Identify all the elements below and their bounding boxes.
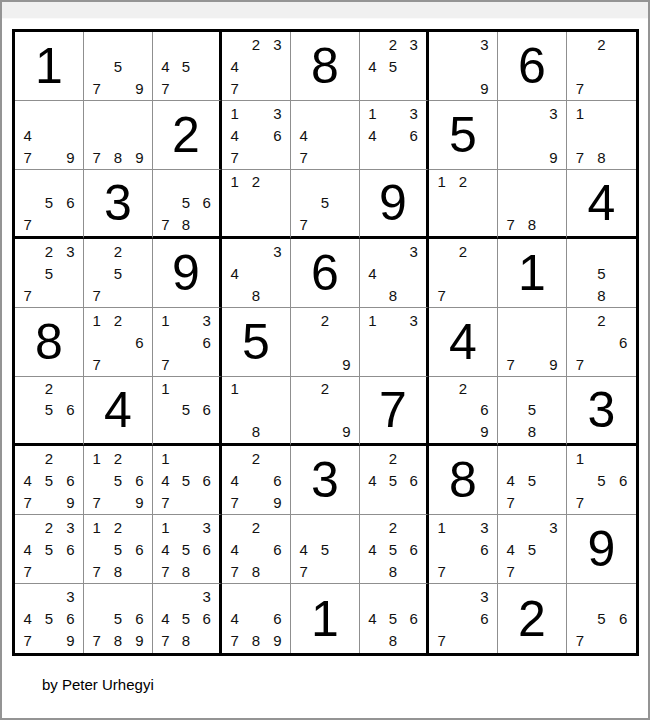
cell-r5c7[interactable]: 4 [429, 308, 498, 377]
cell-r1c8[interactable]: 6 [498, 32, 567, 101]
candidate-digit: 5 [383, 55, 404, 77]
solved-digit: 8 [35, 317, 63, 367]
cell-r3c8[interactable]: 78 [498, 170, 567, 239]
candidate-digit: 1 [155, 378, 176, 399]
candidate-digit: 7 [17, 146, 38, 168]
candidate-digit: 7 [86, 491, 107, 513]
candidate-grid: 256 [15, 377, 83, 443]
cell-r9c8[interactable]: 2 [498, 584, 567, 653]
cell-r6c8[interactable]: 58 [498, 377, 567, 446]
candidate-digit: 4 [224, 55, 245, 77]
candidate-digit: 8 [383, 284, 404, 306]
candidate-digit: 1 [155, 516, 176, 538]
cell-r4c1[interactable]: 2357 [15, 239, 84, 308]
candidate-digit: 4 [155, 469, 176, 491]
candidate-grid: 2456 [360, 446, 426, 514]
candidate-grid: 24678 [222, 515, 290, 583]
candidate-digit: 2 [245, 516, 266, 538]
cell-r4c8[interactable]: 1 [498, 239, 567, 308]
candidate-digit: 4 [224, 538, 245, 560]
cell-r3c1[interactable]: 567 [15, 170, 84, 239]
candidate-grid: 345678 [153, 584, 219, 653]
candidate-digit: 1 [362, 102, 383, 124]
candidate-digit: 4 [155, 55, 176, 77]
candidate-digit: 7 [224, 146, 245, 168]
candidate-grid: 12 [222, 170, 290, 236]
candidate-digit: 5 [521, 469, 542, 491]
candidate-digit: 5 [107, 262, 128, 284]
candidate-digit: 5 [107, 607, 128, 629]
candidate-digit: 3 [474, 33, 495, 55]
solved-digit: 9 [172, 248, 200, 298]
candidate-digit: 5 [383, 469, 404, 491]
cell-r9c1[interactable]: 345679 [15, 584, 84, 653]
candidate-digit: 7 [155, 560, 176, 582]
candidate-digit: 7 [224, 491, 245, 513]
candidate-digit: 6 [196, 192, 217, 213]
candidate-grid: 567 [567, 584, 636, 653]
candidate-grid: 58 [498, 377, 566, 443]
candidate-digit: 7 [569, 353, 591, 375]
candidate-digit: 6 [612, 607, 634, 629]
candidate-grid: 58 [567, 239, 636, 307]
candidate-digit: 2 [107, 309, 128, 331]
candidate-grid: 78 [498, 170, 566, 236]
cell-r8c3[interactable]: 1345678 [153, 515, 222, 584]
candidate-digit: 4 [362, 607, 383, 629]
candidate-digit: 1 [224, 378, 245, 399]
candidate-digit: 2 [591, 309, 613, 331]
candidate-digit: 2 [38, 516, 59, 538]
candidate-digit: 6 [474, 607, 495, 629]
candidate-digit: 3 [474, 585, 495, 607]
cell-r5c9[interactable]: 267 [567, 308, 636, 377]
candidate-digit: 3 [267, 240, 288, 262]
cell-r1c1[interactable]: 1 [15, 32, 84, 101]
cell-r1c7[interactable]: 39 [429, 32, 498, 101]
candidate-digit: 7 [17, 630, 38, 652]
cell-r3c5[interactable]: 57 [291, 170, 360, 239]
candidate-digit: 6 [129, 331, 150, 353]
candidate-digit: 8 [245, 560, 266, 582]
solved-digit: 1 [311, 594, 339, 644]
candidate-digit: 6 [60, 192, 81, 213]
cell-r2c8[interactable]: 39 [498, 101, 567, 170]
cell-r7c9[interactable]: 1567 [567, 446, 636, 515]
candidate-digit: 9 [336, 353, 357, 375]
candidate-digit: 5 [38, 262, 59, 284]
candidate-digit: 1 [569, 447, 591, 469]
candidate-digit: 2 [38, 240, 59, 262]
candidate-digit: 6 [60, 469, 81, 491]
candidate-grid: 57 [291, 170, 359, 236]
candidate-digit: 1 [86, 447, 107, 469]
solved-digit: 1 [35, 41, 63, 91]
candidate-digit: 3 [403, 102, 424, 124]
candidate-digit: 3 [60, 585, 81, 607]
candidate-digit: 6 [129, 538, 150, 560]
candidate-digit: 9 [60, 146, 81, 168]
app-window: 1579457234782345396274797892134674713465… [0, 0, 650, 720]
candidate-digit: 3 [267, 33, 288, 55]
cell-r5c4[interactable]: 5 [222, 308, 291, 377]
candidate-digit: 7 [500, 560, 521, 582]
cell-r9c9[interactable]: 567 [567, 584, 636, 653]
candidate-digit: 2 [452, 378, 473, 399]
candidate-grid: 1567 [567, 446, 636, 514]
solved-digit: 6 [518, 41, 546, 91]
candidate-digit: 7 [86, 146, 107, 168]
candidate-digit: 4 [224, 607, 245, 629]
candidate-digit: 7 [569, 77, 591, 99]
cell-r5c5[interactable]: 29 [291, 308, 360, 377]
candidate-grid: 2347 [222, 32, 290, 100]
cell-r8c5[interactable]: 457 [291, 515, 360, 584]
candidate-grid: 479 [15, 101, 83, 169]
candidate-digit: 6 [196, 331, 217, 353]
candidate-digit: 3 [196, 585, 217, 607]
candidate-digit: 2 [452, 171, 473, 192]
cell-r4c7[interactable]: 27 [429, 239, 498, 308]
cell-r4c4[interactable]: 348 [222, 239, 291, 308]
candidate-digit: 5 [521, 399, 542, 420]
candidate-digit: 7 [86, 284, 107, 306]
cell-r1c6[interactable]: 2345 [360, 32, 429, 101]
cell-r6c1[interactable]: 256 [15, 377, 84, 446]
cell-r3c6[interactable]: 9 [360, 170, 429, 239]
cell-r7c7[interactable]: 8 [429, 446, 498, 515]
author-credit: by Peter Urhegyi [42, 676, 154, 693]
candidate-digit: 4 [17, 538, 38, 560]
candidate-grid: 457 [291, 515, 359, 583]
candidate-grid: 789 [84, 101, 152, 169]
candidate-grid: 12 [429, 170, 497, 236]
candidate-digit: 7 [500, 353, 521, 375]
candidate-digit: 7 [569, 146, 591, 168]
candidate-digit: 5 [38, 538, 59, 560]
candidate-grid: 27 [429, 239, 497, 307]
solved-digit: 9 [588, 524, 616, 574]
candidate-digit: 7 [500, 214, 521, 235]
cell-r3c7[interactable]: 12 [429, 170, 498, 239]
candidate-digit: 8 [176, 560, 197, 582]
cell-r6c4[interactable]: 18 [222, 377, 291, 446]
candidate-digit: 7 [86, 630, 107, 652]
candidate-digit: 4 [293, 124, 314, 146]
candidate-digit: 6 [196, 399, 217, 420]
candidate-digit: 6 [129, 607, 150, 629]
candidate-digit: 9 [543, 146, 564, 168]
candidate-grid: 27 [567, 32, 636, 100]
candidate-digit: 4 [362, 469, 383, 491]
cell-r1c9[interactable]: 27 [567, 32, 636, 101]
cell-r4c6[interactable]: 348 [360, 239, 429, 308]
candidate-grid: 1345678 [153, 515, 219, 583]
candidate-digit: 5 [176, 469, 197, 491]
solved-digit: 2 [518, 594, 546, 644]
candidate-digit: 6 [612, 469, 634, 491]
cell-r7c2[interactable]: 125679 [84, 446, 153, 515]
cell-r1c3[interactable]: 457 [153, 32, 222, 101]
candidate-digit: 9 [543, 353, 564, 375]
cell-r2c5[interactable]: 47 [291, 101, 360, 170]
cell-r9c4[interactable]: 46789 [222, 584, 291, 653]
candidate-digit: 7 [155, 630, 176, 652]
cell-r8c7[interactable]: 1367 [429, 515, 498, 584]
candidate-digit: 2 [107, 447, 128, 469]
candidate-digit: 5 [383, 538, 404, 560]
cell-r3c3[interactable]: 5678 [153, 170, 222, 239]
candidate-grid: 257 [84, 239, 152, 307]
cell-r2c1[interactable]: 479 [15, 101, 84, 170]
cell-r7c6[interactable]: 2456 [360, 446, 429, 515]
cell-r3c9[interactable]: 4 [567, 170, 636, 239]
candidate-grid: 13 [360, 308, 426, 376]
candidate-digit: 9 [267, 630, 288, 652]
candidate-digit: 5 [107, 469, 128, 491]
cell-r6c6[interactable]: 7 [360, 377, 429, 446]
candidate-digit: 2 [383, 447, 404, 469]
cell-r8c1[interactable]: 234567 [15, 515, 84, 584]
cell-r9c3[interactable]: 345678 [153, 584, 222, 653]
candidate-digit: 8 [176, 630, 197, 652]
candidate-grid: 14567 [153, 446, 219, 514]
candidate-digit: 3 [60, 240, 81, 262]
candidate-digit: 1 [431, 516, 452, 538]
candidate-grid: 1346 [360, 101, 426, 169]
candidate-digit: 2 [452, 240, 473, 262]
candidate-digit: 2 [383, 516, 404, 538]
cell-r5c8[interactable]: 79 [498, 308, 567, 377]
candidate-digit: 7 [155, 77, 176, 99]
candidate-digit: 7 [155, 214, 176, 235]
candidate-digit: 2 [245, 33, 266, 55]
candidate-digit: 8 [383, 560, 404, 582]
cell-r9c2[interactable]: 56789 [84, 584, 153, 653]
candidate-digit: 9 [60, 491, 81, 513]
cell-r1c2[interactable]: 579 [84, 32, 153, 101]
candidate-grid: 29 [291, 308, 359, 376]
cell-r6c9[interactable]: 3 [567, 377, 636, 446]
candidate-digit: 9 [129, 630, 150, 652]
candidate-digit: 6 [474, 538, 495, 560]
candidate-grid: 125679 [84, 446, 152, 514]
candidate-digit: 3 [196, 309, 217, 331]
cell-r2c2[interactable]: 789 [84, 101, 153, 170]
candidate-grid: 269 [429, 377, 497, 443]
candidate-digit: 5 [176, 192, 197, 213]
candidate-grid: 245679 [15, 446, 83, 514]
candidate-grid: 2345 [360, 32, 426, 100]
candidate-digit: 4 [362, 538, 383, 560]
candidate-digit: 2 [38, 378, 59, 399]
cell-r7c8[interactable]: 457 [498, 446, 567, 515]
candidate-digit: 7 [155, 491, 176, 513]
cell-r5c2[interactable]: 1267 [84, 308, 153, 377]
candidate-digit: 6 [474, 399, 495, 420]
candidate-digit: 1 [86, 309, 107, 331]
cell-r4c2[interactable]: 257 [84, 239, 153, 308]
candidate-grid: 567 [15, 170, 83, 236]
candidate-digit: 1 [224, 102, 245, 124]
cell-r5c3[interactable]: 1367 [153, 308, 222, 377]
candidate-digit: 7 [500, 491, 521, 513]
candidate-digit: 3 [267, 102, 288, 124]
candidate-digit: 5 [38, 399, 59, 420]
candidate-digit: 6 [403, 607, 424, 629]
candidate-digit: 8 [591, 284, 613, 306]
candidate-digit: 5 [314, 538, 335, 560]
candidate-digit: 6 [267, 469, 288, 491]
candidate-digit: 8 [176, 214, 197, 235]
candidate-digit: 5 [176, 399, 197, 420]
cell-r8c4[interactable]: 24678 [222, 515, 291, 584]
candidate-digit: 8 [245, 284, 266, 306]
candidate-digit: 7 [155, 353, 176, 375]
candidate-digit: 6 [196, 538, 217, 560]
candidate-digit: 2 [245, 447, 266, 469]
cell-r1c4[interactable]: 2347 [222, 32, 291, 101]
candidate-digit: 2 [107, 516, 128, 538]
candidate-digit: 5 [107, 538, 128, 560]
candidate-digit: 2 [314, 378, 335, 399]
candidate-digit: 5 [314, 192, 335, 213]
cell-r2c6[interactable]: 1346 [360, 101, 429, 170]
cell-r2c4[interactable]: 13467 [222, 101, 291, 170]
cell-r5c6[interactable]: 13 [360, 308, 429, 377]
candidate-digit: 6 [403, 538, 424, 560]
cell-r2c3[interactable]: 2 [153, 101, 222, 170]
solved-digit: 8 [311, 41, 339, 91]
cell-r6c2[interactable]: 4 [84, 377, 153, 446]
candidate-digit: 5 [383, 607, 404, 629]
candidate-digit: 4 [224, 124, 245, 146]
cell-r7c4[interactable]: 24679 [222, 446, 291, 515]
candidate-digit: 3 [196, 516, 217, 538]
candidate-digit: 6 [196, 469, 217, 491]
candidate-digit: 6 [267, 607, 288, 629]
cell-r8c9[interactable]: 9 [567, 515, 636, 584]
candidate-digit: 8 [245, 630, 266, 652]
candidate-grid: 3457 [498, 515, 566, 583]
candidate-digit: 4 [362, 262, 383, 284]
candidate-digit: 7 [224, 560, 245, 582]
candidate-digit: 7 [86, 77, 107, 99]
candidate-digit: 6 [403, 469, 424, 491]
candidate-grid: 5678 [153, 170, 219, 236]
candidate-grid: 178 [567, 101, 636, 169]
candidate-digit: 2 [314, 309, 335, 331]
solved-digit: 2 [172, 110, 200, 160]
candidate-digit: 4 [500, 538, 521, 560]
candidate-grid: 2357 [15, 239, 83, 307]
window-top-strip [2, 2, 648, 19]
candidate-digit: 7 [431, 284, 452, 306]
candidate-digit: 9 [474, 421, 495, 442]
cell-r2c9[interactable]: 178 [567, 101, 636, 170]
candidate-digit: 8 [107, 630, 128, 652]
cell-r6c7[interactable]: 269 [429, 377, 498, 446]
candidate-digit: 7 [224, 630, 245, 652]
candidate-digit: 5 [107, 55, 128, 77]
cell-r4c3[interactable]: 9 [153, 239, 222, 308]
cell-r3c4[interactable]: 12 [222, 170, 291, 239]
candidate-grid: 348 [222, 239, 290, 307]
candidate-digit: 8 [383, 630, 404, 652]
solved-digit: 6 [311, 248, 339, 298]
candidate-grid: 56789 [84, 584, 152, 653]
candidate-grid: 345679 [15, 584, 83, 653]
cell-r8c2[interactable]: 125678 [84, 515, 153, 584]
cell-r2c7[interactable]: 5 [429, 101, 498, 170]
candidate-digit: 7 [293, 146, 314, 168]
candidate-digit: 6 [267, 538, 288, 560]
candidate-digit: 7 [431, 560, 452, 582]
cell-r1c5[interactable]: 8 [291, 32, 360, 101]
cell-r6c3[interactable]: 156 [153, 377, 222, 446]
solved-digit: 4 [449, 317, 477, 367]
candidate-grid: 18 [222, 377, 290, 443]
candidate-digit: 8 [521, 421, 542, 442]
cell-r7c5[interactable]: 3 [291, 446, 360, 515]
cell-r9c5[interactable]: 1 [291, 584, 360, 653]
cell-r6c5[interactable]: 29 [291, 377, 360, 446]
candidate-digit: 6 [403, 124, 424, 146]
candidate-digit: 7 [569, 630, 591, 652]
candidate-digit: 4 [224, 262, 245, 284]
solved-digit: 4 [588, 178, 616, 228]
candidate-grid: 1367 [429, 515, 497, 583]
cell-r7c1[interactable]: 245679 [15, 446, 84, 515]
candidate-digit: 5 [38, 607, 59, 629]
cell-r9c7[interactable]: 367 [429, 584, 498, 653]
candidate-digit: 9 [474, 77, 495, 99]
candidate-digit: 9 [129, 491, 150, 513]
candidate-grid: 367 [429, 584, 497, 653]
cell-r4c5[interactable]: 6 [291, 239, 360, 308]
candidate-digit: 9 [336, 421, 357, 442]
cell-r3c2[interactable]: 3 [84, 170, 153, 239]
candidate-digit: 5 [591, 469, 613, 491]
candidate-grid: 457 [498, 446, 566, 514]
candidate-digit: 7 [86, 353, 107, 375]
candidate-digit: 1 [155, 447, 176, 469]
candidate-digit: 8 [521, 214, 542, 235]
cell-r8c8[interactable]: 3457 [498, 515, 567, 584]
candidate-digit: 9 [267, 491, 288, 513]
candidate-digit: 4 [362, 55, 383, 77]
candidate-digit: 3 [543, 516, 564, 538]
candidate-grid: 156 [153, 377, 219, 443]
candidate-digit: 6 [60, 538, 81, 560]
solved-digit: 1 [518, 248, 546, 298]
candidate-digit: 9 [60, 630, 81, 652]
cell-r9c6[interactable]: 4568 [360, 584, 429, 653]
candidate-digit: 5 [176, 55, 197, 77]
cell-r7c3[interactable]: 14567 [153, 446, 222, 515]
candidate-digit: 6 [196, 607, 217, 629]
candidate-digit: 7 [293, 560, 314, 582]
cell-r5c1[interactable]: 8 [15, 308, 84, 377]
cell-r8c6[interactable]: 24568 [360, 515, 429, 584]
candidate-grid: 13467 [222, 101, 290, 169]
candidate-digit: 4 [293, 538, 314, 560]
candidate-digit: 7 [86, 560, 107, 582]
cell-r4c9[interactable]: 58 [567, 239, 636, 308]
candidate-grid: 579 [84, 32, 152, 100]
candidate-digit: 4 [500, 469, 521, 491]
candidate-digit: 7 [224, 77, 245, 99]
